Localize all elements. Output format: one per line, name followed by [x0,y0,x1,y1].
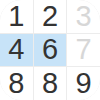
number-grid: 123467889 [0,0,100,100]
cell-r1c2[interactable]: 7 [67,34,100,67]
cell-r1c0[interactable]: 4 [0,34,33,67]
cell-r2c0[interactable]: 8 [0,67,33,100]
cell-r0c2[interactable]: 3 [67,0,100,33]
cell-r1c1[interactable]: 6 [34,34,67,67]
number-match-app-icon: 123467889 [0,0,100,100]
cell-r0c1[interactable]: 2 [34,0,67,33]
cell-r0c0[interactable]: 1 [0,0,33,33]
cell-r2c1[interactable]: 8 [34,67,67,100]
cell-r2c2[interactable]: 9 [67,67,100,100]
